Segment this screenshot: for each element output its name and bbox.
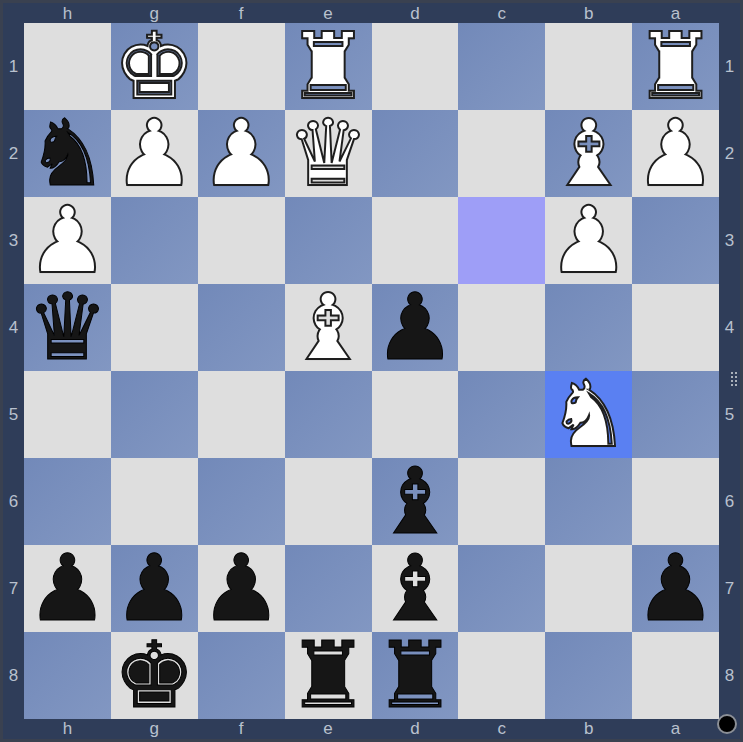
piece-white-rook[interactable]: ♜︎: [287, 23, 369, 110]
square-g2[interactable]: ♟︎: [111, 110, 198, 197]
piece-black-king[interactable]: ♚︎: [113, 632, 195, 719]
square-a1[interactable]: ♜︎: [632, 23, 719, 110]
file-label-b: b: [545, 3, 632, 24]
square-b6[interactable]: [545, 458, 632, 545]
square-c5[interactable]: [458, 371, 545, 458]
rank-label-6: 6: [719, 458, 740, 545]
square-g7[interactable]: ♟︎: [111, 545, 198, 632]
chess-board[interactable]: ♚︎♜︎♜︎♞︎♟︎♟︎♛︎♝︎♟︎♟︎♟︎♛︎♝︎♟︎♞︎♝︎♟︎♟︎♟︎♝︎…: [24, 23, 719, 719]
black-to-move-indicator: [717, 714, 737, 734]
square-f6[interactable]: [198, 458, 285, 545]
piece-black-queen[interactable]: ♛︎: [26, 284, 108, 371]
square-b2[interactable]: ♝︎: [545, 110, 632, 197]
square-g8[interactable]: ♚︎: [111, 632, 198, 719]
rank-label-2: 2: [3, 110, 24, 197]
square-h3[interactable]: ♟︎: [24, 197, 111, 284]
square-e5[interactable]: [285, 371, 372, 458]
chess-board-frame: hgfedcba 12345678 12345678 hgfedcba ♚︎♜︎…: [0, 0, 743, 742]
piece-white-queen[interactable]: ♛︎: [287, 110, 369, 197]
piece-black-pawn[interactable]: ♟︎: [200, 545, 282, 632]
piece-white-king[interactable]: ♚︎: [113, 23, 195, 110]
piece-black-pawn[interactable]: ♟︎: [634, 545, 716, 632]
square-c2[interactable]: [458, 110, 545, 197]
file-label-h: h: [24, 718, 111, 739]
square-h2[interactable]: ♞︎: [24, 110, 111, 197]
square-g5[interactable]: [111, 371, 198, 458]
square-c6[interactable]: [458, 458, 545, 545]
square-g3[interactable]: [111, 197, 198, 284]
rank-label-4: 4: [3, 284, 24, 371]
square-e1[interactable]: ♜︎: [285, 23, 372, 110]
rank-label-8: 8: [719, 632, 740, 719]
square-b7[interactable]: [545, 545, 632, 632]
square-g4[interactable]: [111, 284, 198, 371]
square-a8[interactable]: [632, 632, 719, 719]
square-c1[interactable]: [458, 23, 545, 110]
square-b5[interactable]: ♞︎: [545, 371, 632, 458]
file-label-f: f: [198, 3, 285, 24]
square-e7[interactable]: [285, 545, 372, 632]
file-labels-top: hgfedcba: [24, 3, 719, 24]
square-h5[interactable]: [24, 371, 111, 458]
square-d1[interactable]: [372, 23, 459, 110]
board-resize-handle[interactable]: [730, 371, 738, 387]
piece-black-pawn[interactable]: ♟︎: [374, 284, 456, 371]
rank-label-7: 7: [719, 545, 740, 632]
square-e6[interactable]: [285, 458, 372, 545]
file-label-d: d: [372, 3, 459, 24]
rank-label-4: 4: [719, 284, 740, 371]
square-f8[interactable]: [198, 632, 285, 719]
square-f4[interactable]: [198, 284, 285, 371]
square-f1[interactable]: [198, 23, 285, 110]
square-h1[interactable]: [24, 23, 111, 110]
piece-white-bishop[interactable]: ♝︎: [287, 284, 369, 371]
rank-label-5: 5: [3, 371, 24, 458]
square-d7[interactable]: ♝︎: [372, 545, 459, 632]
file-label-a: a: [632, 718, 719, 739]
file-label-b: b: [545, 718, 632, 739]
piece-white-knight[interactable]: ♞︎: [547, 371, 629, 458]
square-b4[interactable]: [545, 284, 632, 371]
square-a3[interactable]: [632, 197, 719, 284]
file-label-h: h: [24, 3, 111, 24]
square-h8[interactable]: [24, 632, 111, 719]
file-label-a: a: [632, 3, 719, 24]
file-label-c: c: [458, 718, 545, 739]
piece-black-pawn[interactable]: ♟︎: [113, 545, 195, 632]
square-a7[interactable]: ♟︎: [632, 545, 719, 632]
piece-white-rook[interactable]: ♜︎: [634, 23, 716, 110]
piece-black-knight[interactable]: ♞︎: [26, 110, 108, 197]
square-d6[interactable]: ♝︎: [372, 458, 459, 545]
square-d2[interactable]: [372, 110, 459, 197]
file-label-g: g: [111, 718, 198, 739]
square-f7[interactable]: ♟︎: [198, 545, 285, 632]
rank-label-7: 7: [3, 545, 24, 632]
rank-labels-left: 12345678: [3, 23, 24, 719]
square-f2[interactable]: ♟︎: [198, 110, 285, 197]
square-c4[interactable]: [458, 284, 545, 371]
file-label-c: c: [458, 3, 545, 24]
square-e8[interactable]: ♜︎: [285, 632, 372, 719]
square-a5[interactable]: [632, 371, 719, 458]
piece-black-pawn[interactable]: ♟︎: [26, 545, 108, 632]
square-c3[interactable]: [458, 197, 545, 284]
piece-white-pawn[interactable]: ♟︎: [634, 110, 716, 197]
rank-label-1: 1: [719, 23, 740, 110]
square-d4[interactable]: ♟︎: [372, 284, 459, 371]
square-e2[interactable]: ♛︎: [285, 110, 372, 197]
piece-black-rook[interactable]: ♜︎: [287, 632, 369, 719]
piece-white-pawn[interactable]: ♟︎: [547, 197, 629, 284]
file-label-g: g: [111, 3, 198, 24]
square-c7[interactable]: [458, 545, 545, 632]
piece-white-pawn[interactable]: ♟︎: [200, 110, 282, 197]
rank-label-3: 3: [3, 197, 24, 284]
file-label-d: d: [372, 718, 459, 739]
piece-black-bishop[interactable]: ♝︎: [374, 458, 456, 545]
square-c8[interactable]: [458, 632, 545, 719]
square-e4[interactable]: ♝︎: [285, 284, 372, 371]
square-d3[interactable]: [372, 197, 459, 284]
piece-white-bishop[interactable]: ♝︎: [547, 110, 629, 197]
rank-label-6: 6: [3, 458, 24, 545]
square-b3[interactable]: ♟︎: [545, 197, 632, 284]
rank-label-2: 2: [719, 110, 740, 197]
square-g1[interactable]: ♚︎: [111, 23, 198, 110]
rank-label-1: 1: [3, 23, 24, 110]
square-h7[interactable]: ♟︎: [24, 545, 111, 632]
square-f5[interactable]: [198, 371, 285, 458]
piece-white-pawn[interactable]: ♟︎: [113, 110, 195, 197]
square-g6[interactable]: [111, 458, 198, 545]
file-labels-bottom: hgfedcba: [24, 718, 719, 739]
square-h6[interactable]: [24, 458, 111, 545]
file-label-e: e: [285, 3, 372, 24]
square-h4[interactable]: ♛︎: [24, 284, 111, 371]
square-a4[interactable]: [632, 284, 719, 371]
square-a2[interactable]: ♟︎: [632, 110, 719, 197]
square-a6[interactable]: [632, 458, 719, 545]
square-b8[interactable]: [545, 632, 632, 719]
square-e3[interactable]: [285, 197, 372, 284]
piece-white-pawn[interactable]: ♟︎: [26, 197, 108, 284]
rank-label-8: 8: [3, 632, 24, 719]
square-f3[interactable]: [198, 197, 285, 284]
square-b1[interactable]: [545, 23, 632, 110]
file-label-f: f: [198, 718, 285, 739]
piece-black-bishop[interactable]: ♝︎: [374, 545, 456, 632]
square-d8[interactable]: ♜︎: [372, 632, 459, 719]
square-d5[interactable]: [372, 371, 459, 458]
rank-label-3: 3: [719, 197, 740, 284]
piece-black-rook[interactable]: ♜︎: [374, 632, 456, 719]
file-label-e: e: [285, 718, 372, 739]
